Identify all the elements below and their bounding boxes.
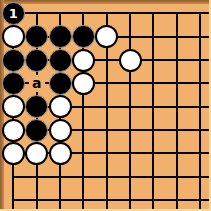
grid-line-vertical xyxy=(152,12,154,211)
black-stone xyxy=(25,95,48,118)
black-stone xyxy=(2,49,25,72)
white-stone xyxy=(49,142,72,165)
white-stone xyxy=(2,25,25,48)
black-stone xyxy=(2,72,25,95)
white-stone xyxy=(49,95,72,118)
white-stone xyxy=(2,119,25,142)
white-stone xyxy=(119,49,142,72)
grid-line-vertical xyxy=(199,12,201,211)
go-board: 1a xyxy=(0,0,211,211)
black-stone xyxy=(25,49,48,72)
white-stone xyxy=(25,142,48,165)
black-stone: 1 xyxy=(2,2,25,25)
board-frame-right xyxy=(209,0,211,211)
point-label-a: a xyxy=(29,75,45,92)
go-board-diagram: 1a xyxy=(0,0,211,211)
black-stone xyxy=(25,119,48,142)
move-number-label: 1 xyxy=(9,6,18,19)
white-stone xyxy=(2,95,25,118)
board-frame-bottom xyxy=(0,209,211,211)
white-stone xyxy=(49,119,72,142)
white-stone xyxy=(72,72,95,95)
white-stone xyxy=(72,49,95,72)
grid-line-vertical xyxy=(176,12,178,211)
black-stone xyxy=(72,25,95,48)
white-stone xyxy=(2,142,25,165)
grid-line-horizontal xyxy=(12,176,211,178)
black-stone xyxy=(49,49,72,72)
grid-line-horizontal xyxy=(12,199,211,201)
white-stone xyxy=(95,25,118,48)
black-stone xyxy=(49,72,72,95)
black-stone xyxy=(25,25,48,48)
grid-line-vertical xyxy=(129,12,131,211)
grid-line-horizontal xyxy=(12,12,211,14)
black-stone xyxy=(49,25,72,48)
